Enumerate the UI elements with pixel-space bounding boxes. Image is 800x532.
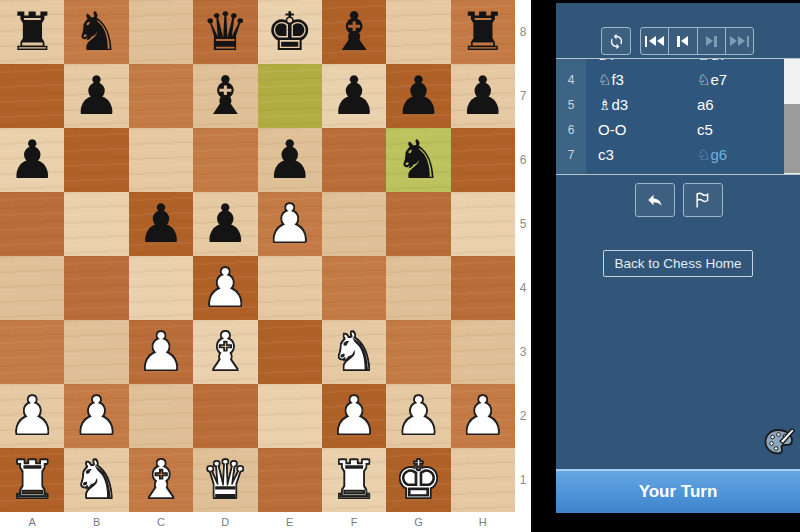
square-c3[interactable]: ♟ bbox=[129, 320, 193, 384]
move-row-5: 5♗d3a6 bbox=[556, 92, 784, 117]
black-n-piece-g6[interactable]: ♞ bbox=[395, 128, 443, 192]
square-e3[interactable] bbox=[258, 320, 322, 384]
step-back-button[interactable] bbox=[668, 28, 696, 54]
square-a3[interactable] bbox=[0, 320, 64, 384]
white-p-piece-a2[interactable]: ♟ bbox=[8, 384, 56, 448]
square-h3[interactable] bbox=[451, 320, 515, 384]
square-a7[interactable] bbox=[0, 64, 64, 128]
square-f6[interactable] bbox=[322, 128, 386, 192]
square-f3[interactable]: ♞ bbox=[322, 320, 386, 384]
square-a1[interactable]: ♜ bbox=[0, 448, 64, 512]
board-controls bbox=[556, 27, 800, 55]
square-a4[interactable] bbox=[0, 256, 64, 320]
sidebar-frame: 3d4♗d74♘f3♘e75♗d3a66O-Oc57c3♘g6 bbox=[531, 0, 800, 532]
square-a2[interactable]: ♟ bbox=[0, 384, 64, 448]
square-e5[interactable]: ♟ bbox=[258, 192, 322, 256]
undo-button[interactable] bbox=[635, 183, 675, 217]
square-f7[interactable]: ♟ bbox=[322, 64, 386, 128]
square-d1[interactable]: ♛ bbox=[193, 448, 257, 512]
square-b5[interactable] bbox=[64, 192, 128, 256]
square-c6[interactable] bbox=[129, 128, 193, 192]
sync-refresh-icon bbox=[608, 33, 625, 50]
white-p-piece-f2[interactable]: ♟ bbox=[330, 384, 378, 448]
square-g2[interactable]: ♟ bbox=[386, 384, 450, 448]
white-k-piece-g1[interactable]: ♚ bbox=[395, 448, 443, 512]
file-label-h: H bbox=[451, 512, 515, 532]
theme-palette-icon[interactable] bbox=[763, 427, 796, 458]
file-label-d: D bbox=[193, 512, 257, 532]
turn-status-label: Your Turn bbox=[639, 482, 718, 502]
black-move[interactable]: ♘g6 bbox=[697, 146, 784, 164]
black-p-piece-b7[interactable]: ♟ bbox=[73, 64, 121, 128]
file-label-f: F bbox=[322, 512, 386, 532]
square-h2[interactable]: ♟ bbox=[451, 384, 515, 448]
square-f2[interactable]: ♟ bbox=[322, 384, 386, 448]
white-p-piece-g2[interactable]: ♟ bbox=[395, 384, 443, 448]
square-d7[interactable]: ♝ bbox=[193, 64, 257, 128]
square-c8[interactable] bbox=[129, 0, 193, 64]
black-move[interactable]: c5 bbox=[697, 121, 784, 138]
square-c4[interactable] bbox=[129, 256, 193, 320]
black-b-piece-f8[interactable]: ♝ bbox=[330, 0, 378, 64]
move-row-6: 6O-Oc5 bbox=[556, 117, 784, 142]
square-d5[interactable]: ♟ bbox=[193, 192, 257, 256]
square-b4[interactable] bbox=[64, 256, 128, 320]
white-move[interactable]: ♘f3 bbox=[586, 71, 697, 89]
square-h5[interactable] bbox=[451, 192, 515, 256]
white-q-piece-d1[interactable]: ♛ bbox=[202, 448, 250, 512]
square-c2[interactable] bbox=[129, 384, 193, 448]
black-p-piece-c5[interactable]: ♟ bbox=[137, 192, 185, 256]
rank-label-8: 8 bbox=[515, 0, 531, 64]
white-p-piece-h2[interactable]: ♟ bbox=[459, 384, 507, 448]
white-p-piece-e5[interactable]: ♟ bbox=[266, 192, 314, 256]
go-first-button[interactable] bbox=[641, 28, 668, 54]
square-g5[interactable] bbox=[386, 192, 450, 256]
black-q-piece-d8[interactable]: ♛ bbox=[202, 0, 250, 64]
game-sidebar: 3d4♗d74♘f3♘e75♗d3a66O-Oc57c3♘g6 bbox=[556, 3, 800, 513]
white-p-piece-b2[interactable]: ♟ bbox=[73, 384, 121, 448]
square-f5[interactable] bbox=[322, 192, 386, 256]
go-last-button[interactable] bbox=[725, 28, 753, 54]
square-g4[interactable] bbox=[386, 256, 450, 320]
square-b2[interactable]: ♟ bbox=[64, 384, 128, 448]
square-h4[interactable] bbox=[451, 256, 515, 320]
square-a5[interactable] bbox=[0, 192, 64, 256]
chess-board[interactable]: ♜♞♛♚♝♜♟♝♟♟♟♟♟♞♟♟♟♟♟♝♞♟♟♟♟♟♜♞♝♛♜♚ bbox=[0, 0, 515, 512]
game-actions bbox=[556, 183, 800, 217]
move-number: 6 bbox=[556, 123, 586, 137]
black-p-piece-g7[interactable]: ♟ bbox=[395, 64, 443, 128]
square-d4[interactable]: ♟ bbox=[193, 256, 257, 320]
square-e7[interactable] bbox=[258, 64, 322, 128]
white-p-piece-c3[interactable]: ♟ bbox=[137, 320, 185, 384]
white-move[interactable]: O-O bbox=[586, 121, 697, 138]
black-p-piece-d5[interactable]: ♟ bbox=[202, 192, 250, 256]
move-row-3: 3d4♗d7 bbox=[556, 58, 784, 67]
square-h8[interactable]: ♜ bbox=[451, 0, 515, 64]
square-g8[interactable] bbox=[386, 0, 450, 64]
square-a8[interactable]: ♜ bbox=[0, 0, 64, 64]
square-g7[interactable]: ♟ bbox=[386, 64, 450, 128]
rank-label-2: 2 bbox=[515, 384, 531, 448]
square-b3[interactable] bbox=[64, 320, 128, 384]
square-b1[interactable]: ♞ bbox=[64, 448, 128, 512]
square-h7[interactable]: ♟ bbox=[451, 64, 515, 128]
back-to-chess-home-button[interactable]: Back to Chess Home bbox=[603, 250, 753, 277]
square-f4[interactable] bbox=[322, 256, 386, 320]
move-row-7: 7c3♘g6 bbox=[556, 142, 784, 167]
resign-flag-icon bbox=[693, 190, 713, 210]
white-b-piece-d3[interactable]: ♝ bbox=[202, 320, 250, 384]
file-label-g: G bbox=[386, 512, 450, 532]
black-p-piece-e6[interactable]: ♟ bbox=[266, 128, 314, 192]
square-c7[interactable] bbox=[129, 64, 193, 128]
square-e6[interactable]: ♟ bbox=[258, 128, 322, 192]
square-a6[interactable]: ♟ bbox=[0, 128, 64, 192]
black-move[interactable]: ♘e7 bbox=[697, 71, 784, 89]
rank-label-3: 3 bbox=[515, 320, 531, 384]
undo-arrow-icon bbox=[645, 191, 665, 209]
square-d6[interactable] bbox=[193, 128, 257, 192]
square-e4[interactable] bbox=[258, 256, 322, 320]
black-p-piece-h7[interactable]: ♟ bbox=[459, 64, 507, 128]
square-d2[interactable] bbox=[193, 384, 257, 448]
rank-label-1: 1 bbox=[515, 448, 531, 512]
square-g1[interactable]: ♚ bbox=[386, 448, 450, 512]
white-move[interactable]: c3 bbox=[586, 146, 697, 163]
rank-label-7: 7 bbox=[515, 64, 531, 128]
square-c5[interactable]: ♟ bbox=[129, 192, 193, 256]
move-number: 5 bbox=[556, 98, 586, 112]
square-e2[interactable] bbox=[258, 384, 322, 448]
white-p-piece-d4[interactable]: ♟ bbox=[202, 256, 250, 320]
rank-labels: 87654321 bbox=[515, 0, 531, 532]
square-b6[interactable] bbox=[64, 128, 128, 192]
rank-label-6: 6 bbox=[515, 128, 531, 192]
white-r-piece-a1[interactable]: ♜ bbox=[8, 448, 56, 512]
move-list-scrollbar[interactable] bbox=[784, 59, 800, 174]
square-c1[interactable]: ♝ bbox=[129, 448, 193, 512]
square-e8[interactable]: ♚ bbox=[258, 0, 322, 64]
rank-label-4: 4 bbox=[515, 256, 531, 320]
move-row-4: 4♘f3♘e7 bbox=[556, 67, 784, 92]
square-b8[interactable]: ♞ bbox=[64, 0, 128, 64]
file-label-e: E bbox=[258, 512, 322, 532]
move-list[interactable]: 3d4♗d74♘f3♘e75♗d3a66O-Oc57c3♘g6 bbox=[556, 58, 800, 175]
black-r-piece-h8[interactable]: ♜ bbox=[459, 0, 507, 64]
turn-status-bar: Your Turn bbox=[556, 469, 800, 513]
black-move[interactable]: ♗d7 bbox=[697, 58, 784, 64]
move-number: 7 bbox=[556, 148, 586, 162]
square-h6[interactable] bbox=[451, 128, 515, 192]
move-number: 4 bbox=[556, 73, 586, 87]
black-b-piece-d7[interactable]: ♝ bbox=[202, 64, 250, 128]
file-labels: ABCDEFGH bbox=[0, 512, 515, 532]
resign-flag-button[interactable] bbox=[683, 183, 723, 217]
file-label-a: A bbox=[0, 512, 64, 532]
step-forward-icon bbox=[706, 36, 713, 46]
step-forward-button[interactable] bbox=[697, 28, 725, 54]
black-p-piece-f7[interactable]: ♟ bbox=[330, 64, 378, 128]
white-n-piece-f3[interactable]: ♞ bbox=[330, 320, 378, 384]
rank-label-5: 5 bbox=[515, 192, 531, 256]
white-move[interactable]: ♗d3 bbox=[586, 96, 697, 114]
square-g3[interactable] bbox=[386, 320, 450, 384]
black-p-piece-a6[interactable]: ♟ bbox=[8, 128, 56, 192]
move-nav-group bbox=[640, 27, 754, 55]
file-label-c: C bbox=[129, 512, 193, 532]
square-g6[interactable]: ♞ bbox=[386, 128, 450, 192]
square-b7[interactable]: ♟ bbox=[64, 64, 128, 128]
white-r-piece-f1[interactable]: ♜ bbox=[330, 448, 378, 512]
black-k-piece-e8[interactable]: ♚ bbox=[266, 0, 314, 64]
square-f8[interactable]: ♝ bbox=[322, 0, 386, 64]
step-back-icon bbox=[677, 36, 680, 47]
white-move[interactable]: d4 bbox=[586, 58, 697, 63]
chess-app: ♜♞♛♚♝♜♟♝♟♟♟♟♟♞♟♟♟♟♟♝♞♟♟♟♟♟♜♞♝♛♜♚ 8765432… bbox=[0, 0, 800, 532]
move-rows: 3d4♗d74♘f3♘e75♗d3a66O-Oc57c3♘g6 bbox=[556, 58, 784, 167]
black-move[interactable]: a6 bbox=[697, 96, 784, 113]
flip-refresh-button[interactable] bbox=[601, 27, 631, 55]
move-number: 3 bbox=[556, 58, 586, 62]
black-n-piece-b8[interactable]: ♞ bbox=[73, 0, 121, 64]
white-b-piece-c1[interactable]: ♝ bbox=[137, 448, 185, 512]
file-label-b: B bbox=[64, 512, 128, 532]
skip-to-end-icon bbox=[730, 36, 737, 46]
square-d3[interactable]: ♝ bbox=[193, 320, 257, 384]
black-r-piece-a8[interactable]: ♜ bbox=[8, 0, 56, 64]
square-d8[interactable]: ♛ bbox=[193, 0, 257, 64]
white-n-piece-b1[interactable]: ♞ bbox=[73, 448, 121, 512]
square-f1[interactable]: ♜ bbox=[322, 448, 386, 512]
square-e1[interactable] bbox=[258, 448, 322, 512]
scrollbar-thumb[interactable] bbox=[784, 104, 800, 173]
skip-to-start-icon bbox=[645, 36, 648, 47]
square-h1[interactable] bbox=[451, 448, 515, 512]
